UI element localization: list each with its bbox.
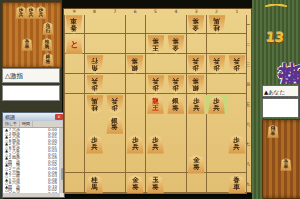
- piece-gote-13[interactable]: 歩兵: [228, 55, 246, 74]
- hand-piece-sente[interactable]: 香車: [280, 158, 292, 171]
- kifu-col-move: 指し手: [3, 121, 20, 127]
- piece-sente-45[interactable]: 銀将: [167, 95, 185, 114]
- piece-gote-23[interactable]: 歩兵: [208, 55, 226, 74]
- shogi-board[interactable]: 987654321 一二三四五六七八九 香車金将桂馬と王将金将角行銀将歩兵歩兵歩…: [63, 8, 252, 193]
- piece-sente-92[interactable]: と: [65, 35, 83, 54]
- hand-piece-gote[interactable]: 香車: [21, 38, 33, 51]
- kifu-move-list[interactable]: ▲７六歩0:00△３四歩0:00▲２六歩0:01△８四歩0:00▲２五歩0:02…: [3, 128, 60, 193]
- piece-sente-59[interactable]: 玉将: [147, 175, 165, 194]
- piece-sente-38[interactable]: 金将: [187, 155, 205, 174]
- hand-piece-sente[interactable]: 飛車: [267, 125, 279, 138]
- piece-sente-35[interactable]: 歩兵: [187, 95, 205, 114]
- piece-sente-55[interactable]: 龍王: [147, 95, 165, 114]
- sente-comment-box: [262, 98, 299, 118]
- kifu-col-time: 時間: [20, 121, 33, 127]
- sente-captured-piece-stand: 飛車香車: [262, 119, 300, 199]
- piece-sente-17[interactable]: 歩兵: [228, 135, 246, 154]
- gote-comment-box: [2, 85, 60, 101]
- piece-gote-85[interactable]: 桂馬: [86, 95, 104, 114]
- piece-gote-33[interactable]: 歩兵: [187, 55, 205, 74]
- logo-version-number: 13: [265, 30, 285, 45]
- piece-sente-25[interactable]: 歩兵: [208, 95, 226, 114]
- gote-captured-piece-stand: 歩兵歩兵歩兵角行香車桂馬銀将: [2, 2, 62, 68]
- kifu-window-titlebar[interactable]: 棋譜 ×: [3, 113, 64, 121]
- kifu-window[interactable]: 棋譜 × 指し手 時間 ▲７六歩0:00△３四歩0:00▲２六歩0:01△８四歩…: [2, 112, 65, 198]
- gekisashi-logo: 激指 13: [252, 0, 300, 84]
- piece-gote-63[interactable]: 銀将: [126, 55, 144, 74]
- piece-gote-34[interactable]: 銀将: [187, 75, 205, 94]
- kifu-window-title: 棋譜: [5, 114, 15, 120]
- gekisashi-app-window: 歩兵歩兵歩兵角行香車桂馬銀将 △激指 棋譜 × 指し手 時間 ▲７六歩0:00△…: [0, 0, 300, 199]
- piece-sente-69[interactable]: 金将: [126, 175, 144, 194]
- hand-piece-gote[interactable]: 銀将: [42, 53, 54, 66]
- piece-sente-57[interactable]: 歩兵: [147, 135, 165, 154]
- piece-sente-19[interactable]: 香車: [228, 175, 246, 194]
- piece-gote-44[interactable]: 歩兵: [167, 75, 185, 94]
- hand-piece-gote[interactable]: 歩兵: [35, 6, 47, 19]
- sente-player-nameplate: ▲あなた: [262, 85, 299, 97]
- piece-sente-67[interactable]: 歩兵: [126, 135, 144, 154]
- piece-gote-31[interactable]: 金将: [187, 15, 205, 34]
- piece-gote-84[interactable]: 歩兵: [86, 75, 104, 94]
- piece-gote-42[interactable]: 金将: [167, 35, 185, 54]
- board-grid[interactable]: 香車金将桂馬と王将金将角行銀将歩兵歩兵歩兵歩兵歩兵歩兵銀将桂馬歩兵龍王銀将歩兵歩…: [64, 15, 247, 194]
- piece-sente-87[interactable]: 歩兵: [86, 135, 104, 154]
- left-panel: 歩兵歩兵歩兵角行香車桂馬銀将 △激指 棋譜 × 指し手 時間 ▲７六歩0:00△…: [0, 0, 62, 199]
- close-icon[interactable]: ×: [55, 114, 63, 120]
- piece-gote-91[interactable]: 香車: [65, 15, 83, 34]
- gote-player-nameplate: △激指: [2, 68, 60, 83]
- logo-kanji-text: 激指: [262, 8, 300, 82]
- hand-piece-gote[interactable]: 桂馬: [41, 38, 53, 51]
- hand-piece-gote[interactable]: 歩兵: [15, 6, 27, 19]
- piece-sente-76[interactable]: 銀将: [106, 115, 124, 134]
- kifu-horizontal-scrollbar[interactable]: [3, 193, 60, 197]
- piece-sente-89[interactable]: 桂馬: [86, 175, 104, 194]
- piece-gote-52[interactable]: 王将: [147, 35, 165, 54]
- piece-gote-83[interactable]: 角行: [86, 55, 104, 74]
- hand-piece-gote[interactable]: 角行: [42, 22, 54, 35]
- hand-piece-gote[interactable]: 歩兵: [25, 6, 37, 19]
- kifu-column-headers: 指し手 時間: [3, 121, 64, 128]
- piece-gote-75[interactable]: 歩兵: [106, 95, 124, 114]
- piece-gote-21[interactable]: 桂馬: [208, 15, 226, 34]
- right-panel: 激指 13 ▲あなた 飛車香車: [252, 0, 300, 199]
- piece-gote-54[interactable]: 歩兵: [147, 75, 165, 94]
